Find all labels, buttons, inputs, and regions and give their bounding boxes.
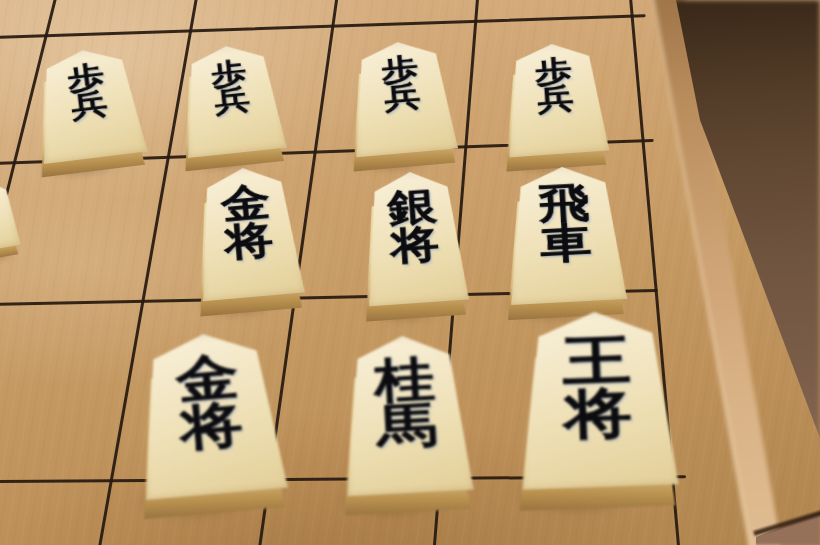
piece-kanji: 王将 bbox=[506, 331, 689, 479]
piece-knight[interactable]: 桂馬 bbox=[339, 333, 474, 515]
piece-pawn[interactable]: 歩兵 bbox=[502, 41, 610, 172]
piece-top-face: 金将 bbox=[192, 164, 305, 301]
piece-rook[interactable]: 飛車 bbox=[504, 164, 628, 320]
piece-kanji: 飛車 bbox=[497, 180, 635, 296]
piece-top-face: 王将 bbox=[517, 309, 679, 489]
piece-kanji: 歩兵 bbox=[496, 54, 616, 151]
piece-kanji: 桂馬 bbox=[332, 352, 482, 487]
piece-top-face: 歩兵 bbox=[31, 44, 147, 164]
piece-kanji: 銀将 bbox=[354, 185, 475, 299]
piece-top-face: 歩兵 bbox=[347, 38, 458, 157]
piece-top-face: 歩兵 bbox=[502, 41, 609, 158]
piece-top-face: 金将 bbox=[132, 328, 287, 500]
piece-top-face: 桂馬 bbox=[339, 333, 473, 496]
piece-top-face: 飛車 bbox=[504, 164, 627, 305]
piece-top-face: 銀将 bbox=[360, 169, 469, 307]
piece-silver[interactable]: 銀将 bbox=[360, 169, 470, 322]
piece-king[interactable]: 王将 bbox=[517, 309, 680, 510]
piece-pawn[interactable]: 歩兵 bbox=[347, 38, 460, 171]
piece-pawn[interactable]: 歩兵 bbox=[31, 44, 149, 177]
shogi-photo-stage: 歩兵歩兵歩兵歩兵金将銀将飛車金将桂馬王将 bbox=[0, 0, 820, 545]
piece-gold[interactable]: 金将 bbox=[132, 328, 289, 519]
piece-pawn[interactable]: 歩兵 bbox=[177, 41, 288, 171]
piece-gold[interactable]: 金将 bbox=[192, 164, 306, 316]
piece-top-face: 歩兵 bbox=[177, 41, 287, 158]
